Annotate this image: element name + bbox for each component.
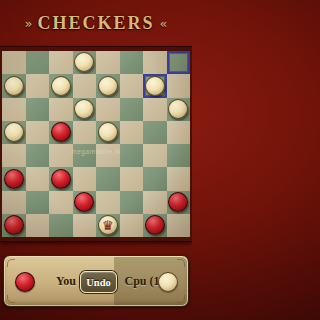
square-r6c5[interactable]: [96, 167, 120, 190]
corner-flourish: [7, 295, 15, 303]
square-r6c8[interactable]: [167, 167, 191, 190]
white-man[interactable]: [98, 122, 118, 142]
square-r2c8[interactable]: [167, 74, 191, 97]
square-r6c3[interactable]: [49, 167, 73, 190]
white-man[interactable]: [51, 76, 71, 96]
square-r8c1[interactable]: [2, 214, 26, 237]
corner-flourish: [177, 295, 185, 303]
white-man[interactable]: [4, 122, 24, 142]
white-piece-icon: [158, 272, 178, 292]
square-r5c8[interactable]: [167, 144, 191, 167]
square-r7c1[interactable]: [2, 191, 26, 214]
undo-button[interactable]: Undo: [80, 271, 117, 293]
square-r4c7[interactable]: [143, 121, 167, 144]
board-frame: ♛ megamobile.lk: [0, 46, 192, 242]
square-r8c2[interactable]: [26, 214, 50, 237]
square-r3c6[interactable]: [120, 98, 144, 121]
square-r3c5[interactable]: [96, 98, 120, 121]
square-r1c4[interactable]: [73, 51, 97, 74]
square-r1c2[interactable]: [26, 51, 50, 74]
square-r7c5[interactable]: [96, 191, 120, 214]
square-r8c6[interactable]: [120, 214, 144, 237]
red-man[interactable]: [74, 192, 94, 212]
square-r5c5[interactable]: [96, 144, 120, 167]
square-r4c3[interactable]: [49, 121, 73, 144]
red-man[interactable]: [168, 192, 188, 212]
square-r1c8[interactable]: [167, 51, 191, 74]
square-r2c2[interactable]: [26, 74, 50, 97]
square-r5c4[interactable]: [73, 144, 97, 167]
checkers-app: » CHECKERS « ♛ megamobile.lk You Undo Cp…: [0, 0, 192, 320]
square-r8c7[interactable]: [143, 214, 167, 237]
square-r5c3[interactable]: [49, 144, 73, 167]
arrow-ornament-right-icon: «: [160, 17, 168, 30]
white-man[interactable]: [4, 76, 24, 96]
square-r3c2[interactable]: [26, 98, 50, 121]
square-r5c6[interactable]: [120, 144, 144, 167]
square-r8c5[interactable]: ♛: [96, 214, 120, 237]
square-r4c2[interactable]: [26, 121, 50, 144]
square-r8c3[interactable]: [49, 214, 73, 237]
red-man[interactable]: [51, 169, 71, 189]
square-r3c3[interactable]: [49, 98, 73, 121]
square-r5c7[interactable]: [143, 144, 167, 167]
square-r1c3[interactable]: [49, 51, 73, 74]
square-r8c4[interactable]: [73, 214, 97, 237]
square-r6c6[interactable]: [120, 167, 144, 190]
square-r6c7[interactable]: [143, 167, 167, 190]
title-bar: » CHECKERS «: [0, 0, 192, 46]
turn-bar: You Undo Cpu (1): [3, 255, 189, 307]
square-r6c4[interactable]: [73, 167, 97, 190]
square-r3c7[interactable]: [143, 98, 167, 121]
white-king[interactable]: ♛: [98, 215, 118, 235]
square-r6c1[interactable]: [2, 167, 26, 190]
square-r1c5[interactable]: [96, 51, 120, 74]
corner-flourish: [7, 259, 15, 267]
square-r2c4[interactable]: [73, 74, 97, 97]
square-r2c3[interactable]: [49, 74, 73, 97]
square-r7c3[interactable]: [49, 191, 73, 214]
square-r7c4[interactable]: [73, 191, 97, 214]
square-r6c2[interactable]: [26, 167, 50, 190]
square-r1c7[interactable]: [143, 51, 167, 74]
board-grid: ♛: [2, 51, 190, 237]
white-man[interactable]: [74, 99, 94, 119]
red-man[interactable]: [4, 169, 24, 189]
square-r5c2[interactable]: [26, 144, 50, 167]
square-r3c4[interactable]: [73, 98, 97, 121]
square-r2c7[interactable]: [143, 74, 167, 97]
square-r4c1[interactable]: [2, 121, 26, 144]
arrow-ornament-left-icon: »: [25, 17, 33, 30]
square-r7c6[interactable]: [120, 191, 144, 214]
white-man[interactable]: [98, 76, 118, 96]
red-man[interactable]: [4, 215, 24, 235]
corner-flourish: [177, 259, 185, 267]
red-man[interactable]: [51, 122, 71, 142]
white-man[interactable]: [168, 99, 188, 119]
square-r1c6[interactable]: [120, 51, 144, 74]
square-r8c8[interactable]: [167, 214, 191, 237]
game-title: CHECKERS: [37, 13, 154, 34]
square-r4c4[interactable]: [73, 121, 97, 144]
square-r4c6[interactable]: [120, 121, 144, 144]
square-r5c1[interactable]: [2, 144, 26, 167]
square-r4c8[interactable]: [167, 121, 191, 144]
square-r1c1[interactable]: [2, 51, 26, 74]
square-r3c1[interactable]: [2, 98, 26, 121]
square-r7c2[interactable]: [26, 191, 50, 214]
square-r2c6[interactable]: [120, 74, 144, 97]
square-r3c8[interactable]: [167, 98, 191, 121]
square-r7c7[interactable]: [143, 191, 167, 214]
red-man[interactable]: [145, 215, 165, 235]
red-piece-icon: [15, 272, 35, 292]
square-r7c8[interactable]: [167, 191, 191, 214]
square-r4c5[interactable]: [96, 121, 120, 144]
white-man[interactable]: [74, 52, 94, 72]
square-r2c1[interactable]: [2, 74, 26, 97]
square-r2c5[interactable]: [96, 74, 120, 97]
white-man[interactable]: [145, 76, 165, 96]
